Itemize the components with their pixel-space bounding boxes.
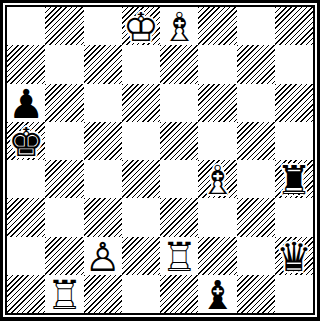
black-rook: ♜ (275, 160, 313, 198)
square-a4[interactable] (7, 160, 45, 198)
square-e3[interactable] (160, 198, 198, 236)
square-g7[interactable] (237, 45, 275, 83)
square-d5[interactable] (122, 122, 160, 160)
square-h5[interactable] (275, 122, 313, 160)
white-bishop: ♝♗ (198, 160, 236, 198)
square-h4[interactable]: ♜ (275, 160, 313, 198)
square-h6[interactable] (275, 84, 313, 122)
white-rook: ♜♖ (160, 237, 198, 275)
square-a7[interactable] (7, 45, 45, 83)
square-b5[interactable] (45, 122, 83, 160)
square-d1[interactable] (122, 275, 160, 313)
square-g1[interactable] (237, 275, 275, 313)
square-h2[interactable]: ♛ (275, 237, 313, 275)
square-c2[interactable]: ♟♙ (84, 237, 122, 275)
square-a5[interactable]: ♚ (7, 122, 45, 160)
square-e4[interactable] (160, 160, 198, 198)
square-b2[interactable] (45, 237, 83, 275)
square-f2[interactable] (198, 237, 236, 275)
square-a6[interactable]: ♟ (7, 84, 45, 122)
white-king: ♚♔ (122, 7, 160, 45)
chess-board: ♚♔♝♗♟♚♝♗♜♟♙♜♖♛♜♖♝ (7, 7, 313, 313)
square-c3[interactable] (84, 198, 122, 236)
square-d7[interactable] (122, 45, 160, 83)
square-b6[interactable] (45, 84, 83, 122)
square-f6[interactable] (198, 84, 236, 122)
board-frame-outer: ♚♔♝♗♟♚♝♗♜♟♙♜♖♛♜♖♝ (0, 0, 320, 321)
square-h8[interactable] (275, 7, 313, 45)
square-g3[interactable] (237, 198, 275, 236)
square-f1[interactable]: ♝ (198, 275, 236, 313)
square-c8[interactable] (84, 7, 122, 45)
square-f7[interactable] (198, 45, 236, 83)
square-d8[interactable]: ♚♔ (122, 7, 160, 45)
square-e6[interactable] (160, 84, 198, 122)
square-e8[interactable]: ♝♗ (160, 7, 198, 45)
white-pawn: ♟♙ (84, 237, 122, 275)
square-c7[interactable] (84, 45, 122, 83)
square-h3[interactable] (275, 198, 313, 236)
square-h1[interactable] (275, 275, 313, 313)
square-f5[interactable] (198, 122, 236, 160)
black-king: ♚ (7, 122, 45, 160)
white-rook: ♜♖ (45, 275, 83, 313)
black-bishop: ♝ (198, 275, 236, 313)
square-b8[interactable] (45, 7, 83, 45)
square-d3[interactable] (122, 198, 160, 236)
square-c1[interactable] (84, 275, 122, 313)
square-a1[interactable] (7, 275, 45, 313)
square-d6[interactable] (122, 84, 160, 122)
square-h7[interactable] (275, 45, 313, 83)
square-f4[interactable]: ♝♗ (198, 160, 236, 198)
square-g6[interactable] (237, 84, 275, 122)
square-e7[interactable] (160, 45, 198, 83)
square-d4[interactable] (122, 160, 160, 198)
square-c6[interactable] (84, 84, 122, 122)
board-frame-gap: ♚♔♝♗♟♚♝♗♜♟♙♜♖♛♜♖♝ (3, 3, 317, 317)
square-e1[interactable] (160, 275, 198, 313)
white-bishop: ♝♗ (160, 7, 198, 45)
square-c5[interactable] (84, 122, 122, 160)
square-f8[interactable] (198, 7, 236, 45)
square-a3[interactable] (7, 198, 45, 236)
square-g5[interactable] (237, 122, 275, 160)
square-c4[interactable] (84, 160, 122, 198)
square-b3[interactable] (45, 198, 83, 236)
square-b1[interactable]: ♜♖ (45, 275, 83, 313)
black-pawn: ♟ (7, 84, 45, 122)
square-b7[interactable] (45, 45, 83, 83)
black-queen: ♛ (275, 237, 313, 275)
square-a8[interactable] (7, 7, 45, 45)
square-d2[interactable] (122, 237, 160, 275)
chess-diagram: ♚♔♝♗♟♚♝♗♜♟♙♜♖♛♜♖♝ (0, 0, 320, 321)
board-frame-inner: ♚♔♝♗♟♚♝♗♜♟♙♜♖♛♜♖♝ (5, 5, 315, 315)
square-a2[interactable] (7, 237, 45, 275)
square-f3[interactable] (198, 198, 236, 236)
square-e5[interactable] (160, 122, 198, 160)
square-e2[interactable]: ♜♖ (160, 237, 198, 275)
square-g2[interactable] (237, 237, 275, 275)
square-g8[interactable] (237, 7, 275, 45)
square-b4[interactable] (45, 160, 83, 198)
square-g4[interactable] (237, 160, 275, 198)
